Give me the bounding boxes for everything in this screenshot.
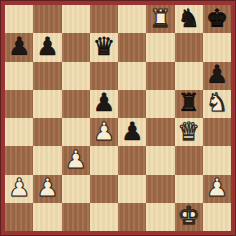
square-d7[interactable]: ♛	[90, 33, 118, 61]
square-e7[interactable]	[118, 33, 146, 61]
square-e3[interactable]	[118, 146, 146, 174]
piece-black-pawn-e4[interactable]: ♟	[121, 119, 143, 144]
square-f7[interactable]	[146, 33, 174, 61]
square-h8[interactable]: ♚	[203, 5, 231, 33]
square-h7[interactable]	[203, 33, 231, 61]
square-f3[interactable]	[146, 146, 174, 174]
square-e6[interactable]	[118, 62, 146, 90]
piece-black-rook-g5[interactable]: ♜	[177, 90, 199, 115]
square-e1[interactable]	[118, 203, 146, 231]
piece-black-queen-d7[interactable]: ♛	[93, 34, 115, 59]
square-e8[interactable]	[118, 5, 146, 33]
square-a1[interactable]	[5, 203, 33, 231]
square-g2[interactable]	[175, 175, 203, 203]
square-e2[interactable]	[118, 175, 146, 203]
square-g4[interactable]: ♛	[175, 118, 203, 146]
square-c7[interactable]	[62, 33, 90, 61]
square-f4[interactable]	[146, 118, 174, 146]
square-g5[interactable]: ♜	[175, 90, 203, 118]
square-a8[interactable]	[5, 5, 33, 33]
piece-white-pawn-c3[interactable]: ♟	[64, 147, 86, 172]
piece-white-knight-h5[interactable]: ♞	[206, 90, 228, 115]
square-c3[interactable]: ♟	[62, 146, 90, 174]
piece-white-king-g1[interactable]: ♚	[177, 203, 199, 228]
square-g7[interactable]	[175, 33, 203, 61]
square-h6[interactable]: ♟	[203, 62, 231, 90]
square-a4[interactable]	[5, 118, 33, 146]
square-b6[interactable]	[33, 62, 61, 90]
square-b3[interactable]	[33, 146, 61, 174]
square-f6[interactable]	[146, 62, 174, 90]
chess-board: ♜♞♚♟♟♛♟♟♜♞♟♟♛♟♟♟♟♚	[5, 5, 231, 231]
square-d5[interactable]: ♟	[90, 90, 118, 118]
square-d6[interactable]	[90, 62, 118, 90]
square-d4[interactable]: ♟	[90, 118, 118, 146]
square-c2[interactable]	[62, 175, 90, 203]
square-h4[interactable]	[203, 118, 231, 146]
square-c5[interactable]	[62, 90, 90, 118]
square-h2[interactable]: ♟	[203, 175, 231, 203]
piece-black-pawn-h6[interactable]: ♟	[206, 62, 228, 87]
square-e4[interactable]: ♟	[118, 118, 146, 146]
square-c4[interactable]	[62, 118, 90, 146]
square-f8[interactable]: ♜	[146, 5, 174, 33]
square-h3[interactable]	[203, 146, 231, 174]
square-f5[interactable]	[146, 90, 174, 118]
piece-white-queen-g4[interactable]: ♛	[177, 119, 199, 144]
square-d8[interactable]	[90, 5, 118, 33]
square-a7[interactable]: ♟	[5, 33, 33, 61]
square-b8[interactable]	[33, 5, 61, 33]
square-g8[interactable]: ♞	[175, 5, 203, 33]
square-b4[interactable]	[33, 118, 61, 146]
square-b7[interactable]: ♟	[33, 33, 61, 61]
piece-black-pawn-b7[interactable]: ♟	[36, 34, 58, 59]
piece-white-pawn-d4[interactable]: ♟	[93, 119, 115, 144]
piece-white-pawn-h2[interactable]: ♟	[206, 175, 228, 200]
square-b1[interactable]	[33, 203, 61, 231]
board-frame: ♜♞♚♟♟♛♟♟♜♞♟♟♛♟♟♟♟♚	[0, 0, 236, 236]
piece-black-knight-g8[interactable]: ♞	[177, 6, 199, 31]
square-c6[interactable]	[62, 62, 90, 90]
square-b5[interactable]	[33, 90, 61, 118]
square-h1[interactable]	[203, 203, 231, 231]
square-g1[interactable]: ♚	[175, 203, 203, 231]
piece-white-rook-f8[interactable]: ♜	[149, 6, 171, 31]
square-h5[interactable]: ♞	[203, 90, 231, 118]
square-f2[interactable]	[146, 175, 174, 203]
square-d2[interactable]	[90, 175, 118, 203]
piece-black-king-h8[interactable]: ♚	[206, 6, 228, 31]
square-c8[interactable]	[62, 5, 90, 33]
square-c1[interactable]	[62, 203, 90, 231]
square-b2[interactable]: ♟	[33, 175, 61, 203]
square-e5[interactable]	[118, 90, 146, 118]
square-d3[interactable]	[90, 146, 118, 174]
square-g6[interactable]	[175, 62, 203, 90]
piece-black-pawn-a7[interactable]: ♟	[8, 34, 30, 59]
square-g3[interactable]	[175, 146, 203, 174]
square-a2[interactable]: ♟	[5, 175, 33, 203]
piece-white-pawn-a2[interactable]: ♟	[8, 175, 30, 200]
square-a5[interactable]	[5, 90, 33, 118]
square-a6[interactable]	[5, 62, 33, 90]
square-d1[interactable]	[90, 203, 118, 231]
piece-white-pawn-b2[interactable]: ♟	[36, 175, 58, 200]
square-f1[interactable]	[146, 203, 174, 231]
piece-black-pawn-d5[interactable]: ♟	[93, 90, 115, 115]
square-a3[interactable]	[5, 146, 33, 174]
